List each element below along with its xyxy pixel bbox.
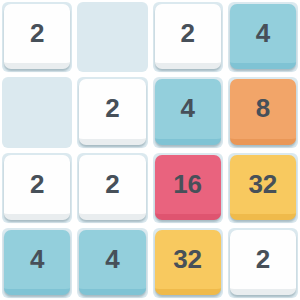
cell-r3c4: 32 bbox=[228, 153, 298, 223]
cell-r4c1: 4 bbox=[2, 228, 72, 298]
tile-32: 32 bbox=[155, 230, 221, 295]
cell-r2c1 bbox=[2, 77, 72, 147]
tile-4: 4 bbox=[230, 4, 296, 69]
cell-r1c2 bbox=[77, 2, 147, 72]
tile-2: 2 bbox=[230, 230, 296, 295]
cell-r3c1: 2 bbox=[2, 153, 72, 223]
tile-2: 2 bbox=[79, 79, 145, 144]
cell-r4c4: 2 bbox=[228, 228, 298, 298]
tile-4: 4 bbox=[155, 79, 221, 144]
cell-r3c2: 2 bbox=[77, 153, 147, 223]
cell-r2c2: 2 bbox=[77, 77, 147, 147]
cell-r2c3: 4 bbox=[153, 77, 223, 147]
cell-r4c2: 4 bbox=[77, 228, 147, 298]
tile-16: 16 bbox=[155, 155, 221, 220]
cell-r1c4: 4 bbox=[228, 2, 298, 72]
tile-8: 8 bbox=[230, 79, 296, 144]
tile-32: 32 bbox=[230, 155, 296, 220]
cell-r2c4: 8 bbox=[228, 77, 298, 147]
tile-2: 2 bbox=[4, 155, 70, 220]
tile-2: 2 bbox=[4, 4, 70, 69]
cell-r1c1: 2 bbox=[2, 2, 72, 72]
tile-4: 4 bbox=[4, 230, 70, 295]
tile-4: 4 bbox=[79, 230, 145, 295]
tile-2: 2 bbox=[155, 4, 221, 69]
tile-2: 2 bbox=[79, 155, 145, 220]
cell-r1c3: 2 bbox=[153, 2, 223, 72]
cell-r4c3: 32 bbox=[153, 228, 223, 298]
board-grid[interactable]: 22424822163244322 bbox=[0, 0, 300, 300]
cell-r3c3: 16 bbox=[153, 153, 223, 223]
